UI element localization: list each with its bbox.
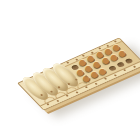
mancala-board: ●●●●●●●●●●●●●● bbox=[17, 37, 140, 110]
hole-pit bbox=[124, 57, 133, 63]
photo-canvas: ●●●●●●●●●●●●●● bbox=[0, 0, 140, 140]
